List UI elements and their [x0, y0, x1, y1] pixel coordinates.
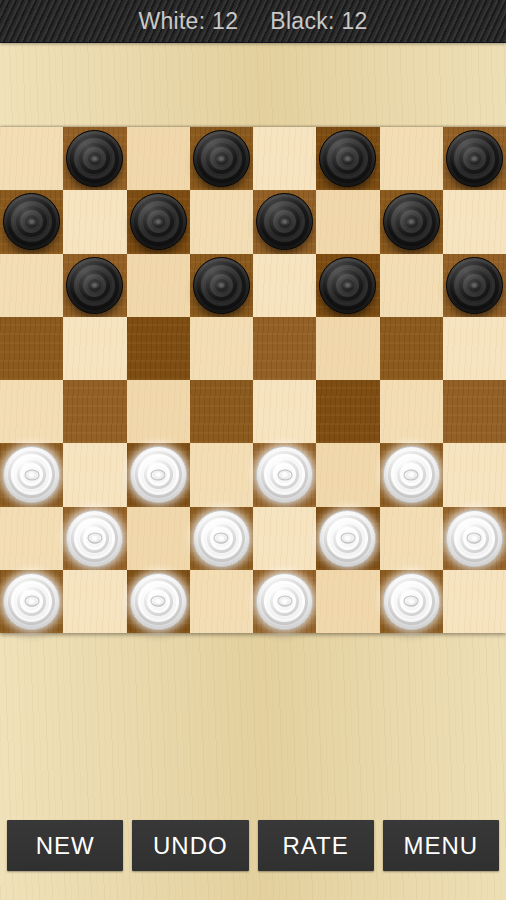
square-c5[interactable] — [127, 317, 190, 380]
score-bar: White: 12 Black: 12 — [0, 0, 506, 42]
square-f5 — [316, 317, 379, 380]
menu-button[interactable]: MENU — [383, 820, 499, 871]
black-piece[interactable] — [319, 130, 376, 187]
white-piece[interactable] — [446, 510, 503, 567]
white-piece[interactable] — [256, 573, 313, 630]
white-piece[interactable] — [256, 446, 313, 503]
square-c4 — [127, 380, 190, 443]
square-g7[interactable] — [380, 190, 443, 253]
square-a4 — [0, 380, 63, 443]
square-a5[interactable] — [0, 317, 63, 380]
white-piece[interactable] — [66, 510, 123, 567]
square-d5 — [190, 317, 253, 380]
square-a2 — [0, 507, 63, 570]
square-b2[interactable] — [63, 507, 126, 570]
checkers-board — [0, 127, 506, 633]
black-piece[interactable] — [66, 257, 123, 314]
square-c2 — [127, 507, 190, 570]
square-g1[interactable] — [380, 570, 443, 633]
white-piece[interactable] — [319, 510, 376, 567]
square-f8[interactable] — [316, 127, 379, 190]
white-piece[interactable] — [193, 510, 250, 567]
black-piece[interactable] — [130, 193, 187, 250]
square-f1 — [316, 570, 379, 633]
square-a6 — [0, 254, 63, 317]
square-a8 — [0, 127, 63, 190]
black-piece[interactable] — [446, 130, 503, 187]
white-score: White: 12 — [138, 8, 238, 35]
square-h4[interactable] — [443, 380, 506, 443]
square-h6[interactable] — [443, 254, 506, 317]
square-h5 — [443, 317, 506, 380]
square-h2[interactable] — [443, 507, 506, 570]
square-a7[interactable] — [0, 190, 63, 253]
square-c6 — [127, 254, 190, 317]
square-f3 — [316, 443, 379, 506]
square-b1 — [63, 570, 126, 633]
black-piece[interactable] — [319, 257, 376, 314]
black-piece[interactable] — [66, 130, 123, 187]
square-d6[interactable] — [190, 254, 253, 317]
square-g5[interactable] — [380, 317, 443, 380]
square-e4 — [253, 380, 316, 443]
black-piece[interactable] — [446, 257, 503, 314]
square-f2[interactable] — [316, 507, 379, 570]
bottom-toolbar: NEW UNDO RATE MENU — [0, 820, 506, 871]
square-c8 — [127, 127, 190, 190]
square-e2 — [253, 507, 316, 570]
square-g4 — [380, 380, 443, 443]
white-piece[interactable] — [383, 573, 440, 630]
black-piece[interactable] — [256, 193, 313, 250]
square-f7 — [316, 190, 379, 253]
black-piece[interactable] — [193, 257, 250, 314]
square-e3[interactable] — [253, 443, 316, 506]
white-piece[interactable] — [383, 446, 440, 503]
square-b4[interactable] — [63, 380, 126, 443]
square-d1 — [190, 570, 253, 633]
white-piece[interactable] — [3, 573, 60, 630]
square-h3 — [443, 443, 506, 506]
square-e5[interactable] — [253, 317, 316, 380]
rate-button[interactable]: RATE — [258, 820, 374, 871]
black-piece[interactable] — [3, 193, 60, 250]
white-piece[interactable] — [3, 446, 60, 503]
new-game-button[interactable]: NEW — [7, 820, 123, 871]
square-d3 — [190, 443, 253, 506]
white-piece[interactable] — [130, 446, 187, 503]
square-c7[interactable] — [127, 190, 190, 253]
undo-button[interactable]: UNDO — [132, 820, 248, 871]
square-b5 — [63, 317, 126, 380]
square-f4[interactable] — [316, 380, 379, 443]
square-e1[interactable] — [253, 570, 316, 633]
square-g6 — [380, 254, 443, 317]
square-f6[interactable] — [316, 254, 379, 317]
square-e7[interactable] — [253, 190, 316, 253]
square-c3[interactable] — [127, 443, 190, 506]
square-d4[interactable] — [190, 380, 253, 443]
square-b3 — [63, 443, 126, 506]
square-h1 — [443, 570, 506, 633]
square-g3[interactable] — [380, 443, 443, 506]
black-piece[interactable] — [193, 130, 250, 187]
square-a1[interactable] — [0, 570, 63, 633]
square-c1[interactable] — [127, 570, 190, 633]
square-b8[interactable] — [63, 127, 126, 190]
square-g8 — [380, 127, 443, 190]
square-e6 — [253, 254, 316, 317]
square-e8 — [253, 127, 316, 190]
white-piece[interactable] — [130, 573, 187, 630]
square-a3[interactable] — [0, 443, 63, 506]
square-h8[interactable] — [443, 127, 506, 190]
black-score: Black: 12 — [270, 8, 367, 35]
square-h7 — [443, 190, 506, 253]
square-d7 — [190, 190, 253, 253]
square-g2 — [380, 507, 443, 570]
square-b6[interactable] — [63, 254, 126, 317]
square-d8[interactable] — [190, 127, 253, 190]
square-b7 — [63, 190, 126, 253]
square-d2[interactable] — [190, 507, 253, 570]
black-piece[interactable] — [383, 193, 440, 250]
